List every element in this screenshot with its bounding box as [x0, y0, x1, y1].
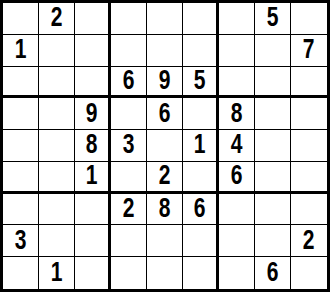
cell-r5c1[interactable]: [3, 130, 39, 162]
cell-r2c9: 7: [291, 35, 327, 67]
cell-r3c5: 9: [147, 67, 183, 99]
given-digit: 1: [194, 131, 206, 159]
cell-r7c8[interactable]: [255, 194, 291, 226]
cell-r8c8[interactable]: [255, 225, 291, 257]
given-digit: 6: [159, 100, 171, 128]
given-digit: 2: [123, 195, 135, 223]
cell-r1c7[interactable]: [219, 3, 255, 35]
cell-r4c2[interactable]: [39, 98, 75, 130]
cell-r1c8: 5: [255, 3, 291, 35]
cell-r2c4[interactable]: [111, 35, 147, 67]
cell-r5c9[interactable]: [291, 130, 327, 162]
cell-r7c7[interactable]: [219, 194, 255, 226]
cell-r5c5[interactable]: [147, 130, 183, 162]
given-digit: 9: [159, 67, 171, 95]
cell-r6c9[interactable]: [291, 162, 327, 194]
cell-r9c8: 6: [255, 257, 291, 289]
cell-r7c6: 6: [183, 194, 219, 226]
cell-r4c3: 9: [75, 98, 111, 130]
given-digit: 7: [303, 36, 315, 64]
given-digit: 9: [86, 100, 98, 128]
cell-r8c4[interactable]: [111, 225, 147, 257]
cell-r8c5[interactable]: [147, 225, 183, 257]
given-digit: 4: [231, 131, 243, 159]
cell-r1c6[interactable]: [183, 3, 219, 35]
cell-r9c2: 1: [39, 257, 75, 289]
cell-r7c9[interactable]: [291, 194, 327, 226]
cell-r4c7: 8: [219, 98, 255, 130]
cell-r2c6[interactable]: [183, 35, 219, 67]
cell-r1c9[interactable]: [291, 3, 327, 35]
given-digit: 6: [267, 259, 279, 287]
cell-r7c5: 8: [147, 194, 183, 226]
given-digit: 5: [194, 67, 206, 95]
cell-r5c7: 4: [219, 130, 255, 162]
cell-r3c6: 5: [183, 67, 219, 99]
given-digit: 1: [51, 259, 63, 287]
cell-r8c7[interactable]: [219, 225, 255, 257]
cell-r5c4: 3: [111, 130, 147, 162]
cell-r2c5[interactable]: [147, 35, 183, 67]
cell-r2c2[interactable]: [39, 35, 75, 67]
given-digit: 8: [86, 131, 98, 159]
cell-r5c2[interactable]: [39, 130, 75, 162]
cell-r8c6[interactable]: [183, 225, 219, 257]
cell-r6c1[interactable]: [3, 162, 39, 194]
cell-r6c5: 2: [147, 162, 183, 194]
cell-r8c2[interactable]: [39, 225, 75, 257]
cell-r4c8[interactable]: [255, 98, 291, 130]
cell-r4c1[interactable]: [3, 98, 39, 130]
cell-r6c7: 6: [219, 162, 255, 194]
given-digit: 2: [303, 227, 315, 255]
cell-r9c9[interactable]: [291, 257, 327, 289]
cell-r2c7[interactable]: [219, 35, 255, 67]
cell-r4c6[interactable]: [183, 98, 219, 130]
given-digit: 2: [51, 4, 63, 32]
cell-r7c1[interactable]: [3, 194, 39, 226]
given-digit: 2: [159, 162, 171, 190]
cell-r4c5: 6: [147, 98, 183, 130]
given-digit: 6: [123, 67, 135, 95]
cell-r6c6[interactable]: [183, 162, 219, 194]
cell-r1c3[interactable]: [75, 3, 111, 35]
cell-r3c9[interactable]: [291, 67, 327, 99]
cell-r7c3[interactable]: [75, 194, 111, 226]
cell-r9c4[interactable]: [111, 257, 147, 289]
given-digit: 3: [123, 131, 135, 159]
given-digit: 1: [15, 36, 27, 64]
cell-r6c4[interactable]: [111, 162, 147, 194]
given-digit: 1: [86, 162, 98, 190]
cell-r9c5[interactable]: [147, 257, 183, 289]
given-digit: 8: [231, 100, 243, 128]
cell-r1c4[interactable]: [111, 3, 147, 35]
cell-r6c3: 1: [75, 162, 111, 194]
cell-r9c6[interactable]: [183, 257, 219, 289]
cell-r5c6: 1: [183, 130, 219, 162]
cell-r3c7[interactable]: [219, 67, 255, 99]
cell-r1c1[interactable]: [3, 3, 39, 35]
cell-r1c5[interactable]: [147, 3, 183, 35]
cell-r2c1: 1: [3, 35, 39, 67]
sudoku-board: 251769596883141262863216: [0, 0, 330, 292]
cell-r5c3: 8: [75, 130, 111, 162]
cell-r6c8[interactable]: [255, 162, 291, 194]
given-digit: 8: [159, 195, 171, 223]
cell-r3c2[interactable]: [39, 67, 75, 99]
given-digit: 6: [194, 195, 206, 223]
cell-r8c3[interactable]: [75, 225, 111, 257]
cell-r3c1[interactable]: [3, 67, 39, 99]
cell-r8c9: 2: [291, 225, 327, 257]
cell-r4c9[interactable]: [291, 98, 327, 130]
cell-r4c4[interactable]: [111, 98, 147, 130]
given-digit: 5: [267, 4, 279, 32]
cell-r3c4: 6: [111, 67, 147, 99]
cell-r3c3[interactable]: [75, 67, 111, 99]
cell-r8c1: 3: [3, 225, 39, 257]
cell-r9c3[interactable]: [75, 257, 111, 289]
given-digit: 6: [231, 162, 243, 190]
cell-r2c8[interactable]: [255, 35, 291, 67]
cell-r7c4: 2: [111, 194, 147, 226]
cell-r9c7[interactable]: [219, 257, 255, 289]
given-digit: 3: [15, 227, 27, 255]
cell-r2c3[interactable]: [75, 35, 111, 67]
cell-r9c1[interactable]: [3, 257, 39, 289]
cell-r1c2: 2: [39, 3, 75, 35]
cell-r3c8[interactable]: [255, 67, 291, 99]
cell-r7c2[interactable]: [39, 194, 75, 226]
cell-r5c8[interactable]: [255, 130, 291, 162]
cell-r6c2[interactable]: [39, 162, 75, 194]
